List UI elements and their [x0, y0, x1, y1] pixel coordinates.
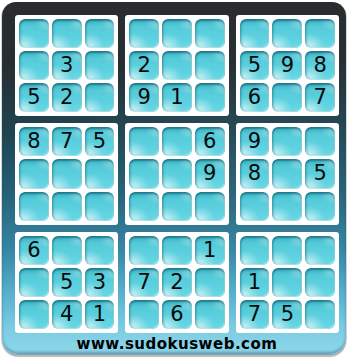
cell-r9c8[interactable]: 5 — [272, 300, 302, 329]
cell-r6c4[interactable] — [129, 192, 159, 221]
cell-r2c7[interactable]: 5 — [240, 51, 270, 80]
cell-r6c3[interactable] — [85, 192, 115, 221]
cell-r5c5[interactable] — [162, 159, 192, 188]
cell-r7c6[interactable]: 1 — [195, 236, 225, 265]
cell-r5c2[interactable] — [52, 159, 82, 188]
cell-r5c1[interactable] — [19, 159, 49, 188]
cell-r3c5[interactable]: 1 — [162, 83, 192, 112]
cell-r1c1[interactable] — [19, 19, 49, 48]
cell-r5c9[interactable]: 5 — [305, 159, 335, 188]
cell-r6c2[interactable] — [52, 192, 82, 221]
cell-r1c5[interactable] — [162, 19, 192, 48]
cell-r8c8[interactable] — [272, 268, 302, 297]
cell-r1c2[interactable] — [52, 19, 82, 48]
box-3-3: 175 — [236, 232, 339, 333]
cell-r9c3[interactable]: 1 — [85, 300, 115, 329]
cell-r7c2[interactable] — [52, 236, 82, 265]
cell-r1c8[interactable] — [272, 19, 302, 48]
cell-r5c4[interactable] — [129, 159, 159, 188]
cell-r3c3[interactable] — [85, 83, 115, 112]
cell-r3c9[interactable]: 7 — [305, 83, 335, 112]
cell-r7c8[interactable] — [272, 236, 302, 265]
cell-r3c6[interactable] — [195, 83, 225, 112]
cell-r5c7[interactable]: 8 — [240, 159, 270, 188]
cell-r9c2[interactable]: 4 — [52, 300, 82, 329]
cell-r2c3[interactable] — [85, 51, 115, 80]
cell-r9c9[interactable] — [305, 300, 335, 329]
cell-r7c5[interactable] — [162, 236, 192, 265]
cell-r4c6[interactable]: 6 — [195, 127, 225, 156]
cell-r1c4[interactable] — [129, 19, 159, 48]
cell-r2c8[interactable]: 9 — [272, 51, 302, 80]
cell-r2c2[interactable]: 3 — [52, 51, 82, 80]
cell-r8c4[interactable]: 7 — [129, 268, 159, 297]
cell-r4c9[interactable] — [305, 127, 335, 156]
cell-r7c1[interactable]: 6 — [19, 236, 49, 265]
footer: www.sudokusweb.com — [2, 333, 350, 355]
cell-r8c1[interactable] — [19, 268, 49, 297]
cell-r2c6[interactable] — [195, 51, 225, 80]
box-1-3: 59867 — [236, 15, 339, 116]
cell-r4c5[interactable] — [162, 127, 192, 156]
cell-r3c8[interactable] — [272, 83, 302, 112]
cell-r9c4[interactable] — [129, 300, 159, 329]
cell-r7c4[interactable] — [129, 236, 159, 265]
board-frame: 3522915986787569985653411726175 www.sudo… — [2, 2, 346, 354]
cell-r4c3[interactable]: 5 — [85, 127, 115, 156]
cell-r7c9[interactable] — [305, 236, 335, 265]
cell-r8c9[interactable] — [305, 268, 335, 297]
cell-r1c9[interactable] — [305, 19, 335, 48]
cell-r6c8[interactable] — [272, 192, 302, 221]
cell-r9c7[interactable]: 7 — [240, 300, 270, 329]
cell-r6c7[interactable] — [240, 192, 270, 221]
cell-r1c6[interactable] — [195, 19, 225, 48]
cell-r2c1[interactable] — [19, 51, 49, 80]
cell-r3c7[interactable]: 6 — [240, 83, 270, 112]
cell-r3c1[interactable]: 5 — [19, 83, 49, 112]
cell-r6c5[interactable] — [162, 192, 192, 221]
cell-r4c7[interactable]: 9 — [240, 127, 270, 156]
cell-r5c3[interactable] — [85, 159, 115, 188]
cell-r1c3[interactable] — [85, 19, 115, 48]
cell-r5c6[interactable]: 9 — [195, 159, 225, 188]
cell-r1c7[interactable] — [240, 19, 270, 48]
cell-r9c5[interactable]: 6 — [162, 300, 192, 329]
box-1-1: 352 — [15, 15, 118, 116]
cell-r3c4[interactable]: 9 — [129, 83, 159, 112]
box-3-1: 65341 — [15, 232, 118, 333]
cell-r7c7[interactable] — [240, 236, 270, 265]
cell-r2c5[interactable] — [162, 51, 192, 80]
box-1-2: 291 — [125, 15, 228, 116]
cell-r3c2[interactable]: 2 — [52, 83, 82, 112]
box-2-2: 69 — [125, 123, 228, 224]
cell-r4c2[interactable]: 7 — [52, 127, 82, 156]
cell-r8c7[interactable]: 1 — [240, 268, 270, 297]
cell-r2c4[interactable]: 2 — [129, 51, 159, 80]
cell-r7c3[interactable] — [85, 236, 115, 265]
cell-r5c8[interactable] — [272, 159, 302, 188]
cell-r6c1[interactable] — [19, 192, 49, 221]
cell-r2c9[interactable]: 8 — [305, 51, 335, 80]
cell-r4c4[interactable] — [129, 127, 159, 156]
sudoku-board: 3522915986787569985653411726175 — [15, 15, 339, 333]
site-url-link[interactable]: www.sudokusweb.com — [77, 335, 278, 353]
cell-r9c1[interactable] — [19, 300, 49, 329]
cell-r6c9[interactable] — [305, 192, 335, 221]
box-3-2: 1726 — [125, 232, 228, 333]
cell-r4c1[interactable]: 8 — [19, 127, 49, 156]
box-2-3: 985 — [236, 123, 339, 224]
cell-r4c8[interactable] — [272, 127, 302, 156]
cell-r6c6[interactable] — [195, 192, 225, 221]
cell-r8c2[interactable]: 5 — [52, 268, 82, 297]
cell-r8c6[interactable] — [195, 268, 225, 297]
cell-r8c5[interactable]: 2 — [162, 268, 192, 297]
cell-r8c3[interactable]: 3 — [85, 268, 115, 297]
box-2-1: 875 — [15, 123, 118, 224]
sudoku-page: 3522915986787569985653411726175 www.sudo… — [0, 0, 350, 360]
cell-r9c6[interactable] — [195, 300, 225, 329]
